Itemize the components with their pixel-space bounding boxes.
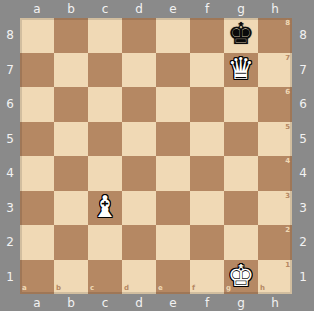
square-e5[interactable] [156,122,190,157]
inner-file-label-d: d [124,285,129,292]
square-a4[interactable] [20,156,54,191]
file-label-top-f: f [190,0,224,18]
square-b1[interactable]: b [54,260,88,295]
rank-label-right-5: 5 [292,122,314,157]
square-a5[interactable] [20,122,54,157]
rank-label-right-6: 6 [292,87,314,122]
square-f4[interactable] [190,156,224,191]
square-a1[interactable]: a [20,260,54,295]
square-g7[interactable]: ♛ [224,53,258,88]
inner-rank-label-6: 6 [285,89,290,96]
square-h8[interactable]: 8 [258,18,292,53]
rank-label-left-1: 1 [0,260,20,295]
square-a6[interactable] [20,87,54,122]
square-c8[interactable] [88,18,122,53]
square-f6[interactable] [190,87,224,122]
square-h3[interactable]: 3 [258,191,292,226]
square-g5[interactable] [224,122,258,157]
square-h6[interactable]: 6 [258,87,292,122]
file-label-top-e: e [156,0,190,18]
file-label-top-h: h [258,0,292,18]
inner-rank-label-2: 2 [285,227,290,234]
square-g1[interactable]: g♚ [224,260,258,295]
square-e7[interactable] [156,53,190,88]
square-c2[interactable] [88,225,122,260]
file-label-bottom-d: d [122,294,156,311]
rank-label-left-2: 2 [0,225,20,260]
square-e4[interactable] [156,156,190,191]
rank-labels-left: 87654321 [0,18,20,294]
square-g8[interactable]: ♚ [224,18,258,53]
piece-white-queen[interactable]: ♛ [228,54,255,84]
square-e6[interactable] [156,87,190,122]
square-h1[interactable]: 1h [258,260,292,295]
square-d3[interactable] [122,191,156,226]
square-e3[interactable] [156,191,190,226]
square-g2[interactable] [224,225,258,260]
chess-board-widget: abcdefgh abcdefgh 87654321 87654321 ♚8♛7… [0,0,314,311]
rank-label-left-5: 5 [0,122,20,157]
square-d2[interactable] [122,225,156,260]
rank-labels-right: 87654321 [292,18,314,294]
rank-label-right-3: 3 [292,191,314,226]
square-a7[interactable] [20,53,54,88]
rank-label-left-7: 7 [0,53,20,88]
square-f7[interactable] [190,53,224,88]
square-d4[interactable] [122,156,156,191]
inner-rank-label-5: 5 [285,124,290,131]
square-g4[interactable] [224,156,258,191]
piece-white-king[interactable]: ♚ [228,261,255,291]
inner-file-label-a: a [22,285,27,292]
inner-file-label-e: e [158,285,163,292]
square-f3[interactable] [190,191,224,226]
rank-label-right-1: 1 [292,260,314,295]
inner-file-label-h: h [260,285,265,292]
square-c5[interactable] [88,122,122,157]
file-label-bottom-c: c [88,294,122,311]
square-d5[interactable] [122,122,156,157]
rank-label-right-4: 4 [292,156,314,191]
square-b8[interactable] [54,18,88,53]
rank-label-left-4: 4 [0,156,20,191]
file-label-bottom-a: a [20,294,54,311]
inner-rank-label-1: 1 [285,262,290,269]
file-label-bottom-f: f [190,294,224,311]
square-d8[interactable] [122,18,156,53]
square-h2[interactable]: 2 [258,225,292,260]
inner-file-label-b: b [56,285,61,292]
rank-label-left-6: 6 [0,87,20,122]
board: ♚8♛7654♝32abcdefg♚1h [20,18,292,294]
square-g6[interactable] [224,87,258,122]
file-label-top-c: c [88,0,122,18]
file-label-top-b: b [54,0,88,18]
inner-file-label-c: c [90,285,94,292]
file-label-top-a: a [20,0,54,18]
square-c4[interactable] [88,156,122,191]
square-b7[interactable] [54,53,88,88]
file-label-top-d: d [122,0,156,18]
square-g3[interactable] [224,191,258,226]
square-a3[interactable] [20,191,54,226]
file-label-bottom-e: e [156,294,190,311]
square-c3[interactable]: ♝ [88,191,122,226]
piece-white-bishop[interactable]: ♝ [92,192,119,222]
square-b4[interactable] [54,156,88,191]
square-e8[interactable] [156,18,190,53]
square-e1[interactable]: e [156,260,190,295]
rank-label-right-7: 7 [292,53,314,88]
square-a8[interactable] [20,18,54,53]
file-labels-bottom: abcdefgh [20,294,292,311]
rank-label-left-3: 3 [0,191,20,226]
square-c6[interactable] [88,87,122,122]
square-d7[interactable] [122,53,156,88]
inner-file-label-f: f [192,285,195,292]
square-h5[interactable]: 5 [258,122,292,157]
square-a2[interactable] [20,225,54,260]
file-label-bottom-g: g [224,294,258,311]
square-c1[interactable]: c [88,260,122,295]
inner-rank-label-3: 3 [285,193,290,200]
square-f2[interactable] [190,225,224,260]
square-d6[interactable] [122,87,156,122]
square-h4[interactable]: 4 [258,156,292,191]
square-f8[interactable] [190,18,224,53]
file-label-bottom-b: b [54,294,88,311]
rank-label-left-8: 8 [0,18,20,53]
square-b5[interactable] [54,122,88,157]
inner-rank-label-8: 8 [285,20,290,27]
file-label-bottom-h: h [258,294,292,311]
rank-label-right-8: 8 [292,18,314,53]
square-b6[interactable] [54,87,88,122]
square-f5[interactable] [190,122,224,157]
inner-rank-label-4: 4 [285,158,290,165]
piece-black-king[interactable]: ♚ [228,19,255,49]
square-e2[interactable] [156,225,190,260]
rank-label-right-2: 2 [292,225,314,260]
square-f1[interactable]: f [190,260,224,295]
square-c7[interactable] [88,53,122,88]
square-b3[interactable] [54,191,88,226]
square-h7[interactable]: 7 [258,53,292,88]
inner-rank-label-7: 7 [285,55,290,62]
square-b2[interactable] [54,225,88,260]
square-d1[interactable]: d [122,260,156,295]
